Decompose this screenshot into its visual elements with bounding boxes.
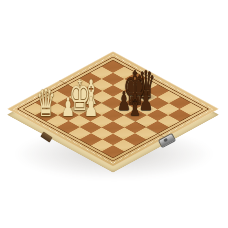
board-square-c1[interactable] (124, 133, 146, 145)
board-square-b4[interactable] (80, 121, 102, 133)
board-square-b3[interactable] (91, 127, 113, 139)
chess-set-photo: ♛♟♚♝♟♟♚♛♝♟ (0, 0, 228, 228)
chess-piece-black-bishop-e3[interactable]: ♝ (127, 90, 143, 120)
board-square-d1[interactable] (135, 127, 157, 139)
chess-piece-white-queen-a7[interactable]: ♛ (36, 84, 56, 122)
board-square-d2[interactable] (124, 121, 146, 133)
board-square-a3[interactable] (80, 133, 102, 145)
board-square-e1[interactable] (146, 121, 168, 133)
chess-piece-white-pawn-b6[interactable]: ♟ (62, 94, 76, 120)
board-square-c2[interactable] (113, 127, 135, 139)
board-square-c3[interactable] (102, 121, 124, 133)
board-square-a1[interactable] (102, 145, 124, 157)
board-square-f1[interactable] (158, 115, 180, 127)
board-square-a5[interactable] (57, 121, 79, 133)
board-square-b2[interactable] (102, 133, 124, 145)
board-square-g1[interactable] (169, 109, 191, 121)
board-square-b1[interactable] (113, 139, 135, 151)
chess-piece-white-pawn-c5[interactable]: ♟ (84, 93, 98, 120)
board-square-a2[interactable] (91, 139, 113, 151)
board-square-a4[interactable] (68, 127, 90, 139)
